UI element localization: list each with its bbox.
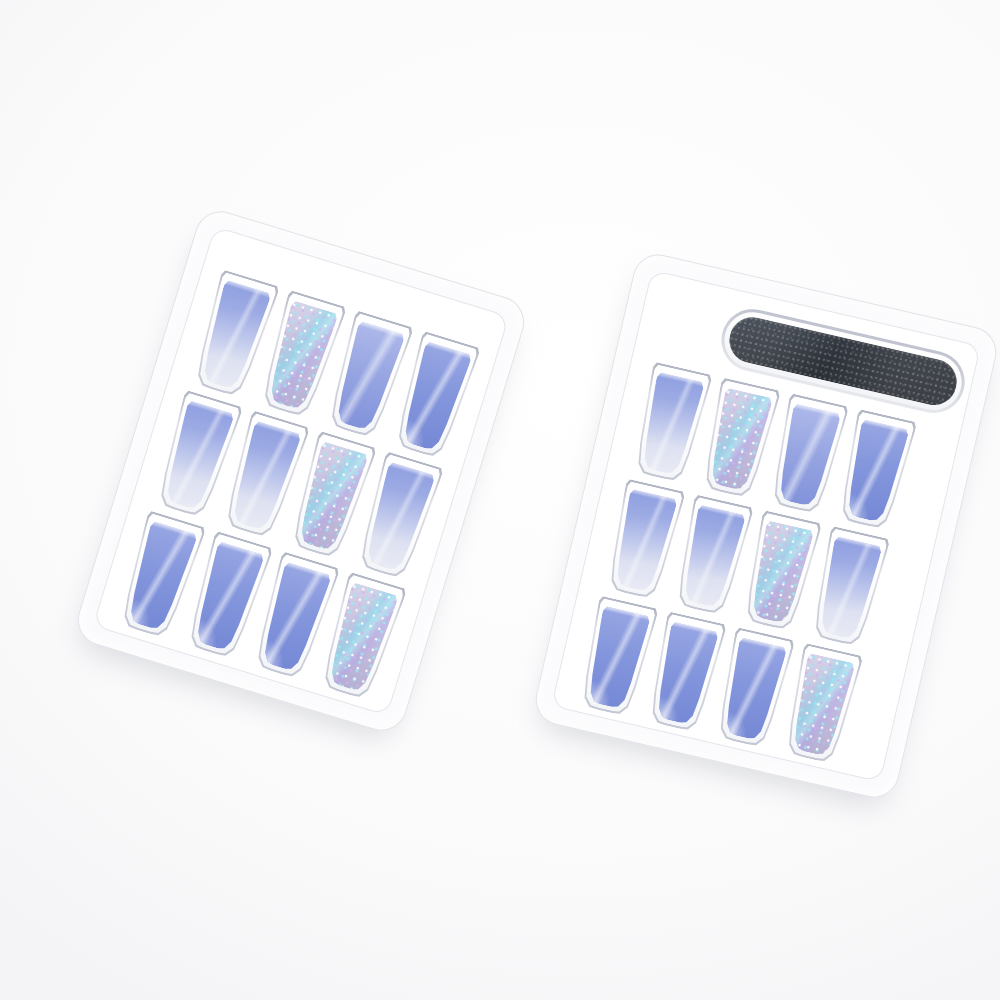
tray-left	[71, 205, 530, 737]
nail-grid	[114, 269, 480, 702]
press-on-nail-ombre	[159, 400, 235, 513]
press-on-nail-blue	[719, 637, 788, 742]
press-on-nail-holo	[704, 387, 773, 492]
press-on-nail-ombre	[677, 504, 746, 609]
nail-pocket	[738, 510, 822, 633]
press-on-nail-holo	[746, 520, 815, 625]
pocket-cavity	[741, 512, 820, 630]
press-on-nail-blue-light	[329, 321, 405, 434]
nail-pocket	[765, 393, 849, 516]
nail-pocket	[188, 269, 280, 399]
product-photo-scene	[0, 0, 1000, 1000]
nail-pocket	[780, 643, 864, 766]
nail-pocket	[114, 510, 206, 640]
pocket-cavity	[809, 528, 888, 646]
press-on-nail-blue-light	[773, 403, 842, 508]
pocket-cavity	[191, 272, 278, 397]
nail-pocket	[670, 494, 754, 617]
nail-pocket	[602, 479, 686, 602]
pocket-cavity	[646, 614, 725, 732]
tray-left-inner-panel	[93, 226, 510, 716]
press-on-nail-blue	[189, 541, 265, 654]
nail-pocket	[151, 390, 243, 520]
press-on-nail-blue	[256, 562, 332, 675]
pocket-cavity	[782, 645, 861, 763]
pocket-cavity	[117, 513, 204, 638]
press-on-nail-blue	[582, 606, 651, 711]
press-on-nail-ombre	[609, 489, 678, 594]
tray-right	[531, 249, 1000, 802]
pocket-cavity	[631, 364, 710, 482]
nail-pocket	[711, 627, 795, 750]
pocket-cavity	[836, 411, 915, 529]
nail-pocket	[697, 377, 781, 500]
pocket-cavity	[604, 481, 683, 599]
press-on-nail-blue	[650, 621, 719, 726]
press-on-nail-holo	[787, 653, 856, 758]
nail-pocket	[834, 409, 918, 532]
nail-grid	[575, 362, 917, 766]
press-on-nail-blue	[396, 341, 472, 454]
press-on-nail-ombre	[226, 421, 302, 534]
pocket-cavity	[768, 396, 847, 514]
press-on-nail-ombre	[636, 372, 705, 477]
pocket-cavity	[700, 380, 779, 498]
press-on-nail-blue	[841, 419, 910, 524]
press-on-nail-holo	[262, 300, 338, 413]
press-on-nail-holo	[323, 582, 399, 695]
press-on-nail-ombre	[814, 536, 883, 641]
pocket-cavity	[714, 629, 793, 747]
nail-pocket	[575, 595, 659, 718]
nail-pocket	[807, 526, 891, 649]
press-on-nail-blue	[122, 521, 198, 634]
pocket-cavity	[577, 598, 656, 716]
press-on-nail-holo	[293, 441, 369, 554]
pocket-cavity	[673, 497, 752, 615]
nail-pocket	[629, 362, 713, 485]
press-on-nail-ombre	[196, 280, 272, 393]
press-on-nail-ombre	[360, 462, 436, 575]
tray-right-inner-panel	[551, 270, 981, 783]
nail-pocket	[643, 611, 727, 734]
pocket-cavity	[154, 392, 241, 517]
